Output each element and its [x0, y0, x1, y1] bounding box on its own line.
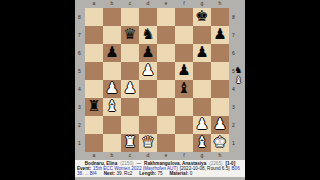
square-c3 [121, 98, 139, 116]
file-label-c: c [121, 152, 139, 159]
rank-label-4: 4 [78, 80, 81, 98]
square-g8: ♚ [193, 8, 211, 26]
rank-label-2: 2 [232, 116, 235, 134]
square-e4 [157, 80, 175, 98]
next-move-group: Next: 39. Rc2 [104, 171, 133, 176]
square-b2 [103, 116, 121, 134]
file-label-g: g [193, 152, 211, 159]
file-labels-top: abcdefgh [85, 0, 229, 7]
piece-white-king: ♚ [211, 134, 229, 152]
square-e6 [157, 44, 175, 62]
black-knight-icon: ♞ [234, 65, 242, 75]
square-d3 [139, 98, 157, 116]
piece-white-bishop: ♝ [103, 98, 121, 116]
last-move: 38. ... Bf4 [77, 171, 97, 176]
rank-label-1: 1 [232, 134, 235, 152]
rank-label-3: 3 [232, 98, 235, 116]
game-info-panel: Bodnaru, Elina (2150) — Rakhmangulova, A… [75, 160, 245, 177]
material-group: Material: 0 [170, 171, 193, 176]
square-b1 [103, 134, 121, 152]
square-c7: ♛ [121, 26, 139, 44]
file-label-a: a [85, 152, 103, 159]
piece-white-rook: ♜ [121, 134, 139, 152]
rank-label-3: 3 [78, 98, 81, 116]
square-a2 [85, 116, 103, 134]
square-e8 [157, 8, 175, 26]
square-a7 [85, 26, 103, 44]
rank-label-8: 8 [232, 8, 235, 26]
piece-black-pawn: ♟ [211, 26, 229, 44]
square-b3: ♝ [103, 98, 121, 116]
piece-white-pawn: ♟ [193, 116, 211, 134]
square-h8 [211, 8, 229, 26]
square-h1: ♚ [211, 134, 229, 152]
file-label-f: f [175, 152, 193, 159]
square-d2 [139, 116, 157, 134]
piece-white-pawn: ♟ [121, 80, 139, 98]
square-d4 [139, 80, 157, 98]
square-b4: ♟ [103, 80, 121, 98]
square-d7: ♞ [139, 26, 157, 44]
square-h4 [211, 80, 229, 98]
rank-label-6: 6 [78, 44, 81, 62]
chess-board: ♚♛♞♟♟♟♟♟♟♟♟♝♜♝♟♟♜♛♝♚ [85, 8, 229, 152]
square-a4 [85, 80, 103, 98]
rank-labels-left: 87654321 [78, 8, 81, 152]
rank-label-2: 2 [78, 116, 81, 134]
file-label-d: d [139, 0, 157, 7]
rank-label-1: 1 [78, 134, 81, 152]
video-frame: abcdefgh 87654321 ♚♛♞♟♟♟♟♟♟♟♟♝♜♝♟♟♜♛♝♚ 8… [0, 0, 320, 180]
piece-black-pawn: ♟ [139, 44, 157, 62]
square-b7 [103, 26, 121, 44]
square-g7 [193, 26, 211, 44]
moves-line: 38. ... Bf4 Next: 39. Rc2 Length: 75 Mat… [75, 171, 245, 176]
file-label-f: f [175, 0, 193, 7]
square-f8 [175, 8, 193, 26]
piece-black-knight: ♞ [139, 26, 157, 44]
square-e7 [157, 26, 175, 44]
piece-white-bishop: ♝ [193, 134, 211, 152]
square-f1 [175, 134, 193, 152]
piece-black-bishop: ♝ [175, 80, 193, 98]
eco-code: B06 [232, 166, 240, 171]
length-label: Length: [139, 171, 156, 176]
next-label: Next: [104, 171, 116, 176]
material-balance-tray: ♞♝ [232, 65, 245, 85]
square-c5 [121, 62, 139, 80]
square-f7 [175, 26, 193, 44]
rank-label-6: 6 [232, 44, 235, 62]
file-label-a: a [85, 0, 103, 7]
piece-black-rook: ♜ [85, 98, 103, 116]
length-group: Length: 75 [139, 171, 162, 176]
square-c4: ♟ [121, 80, 139, 98]
rank-label-7: 7 [232, 26, 235, 44]
square-c2 [121, 116, 139, 134]
file-label-b: b [103, 152, 121, 159]
square-d1: ♛ [139, 134, 157, 152]
square-h7: ♟ [211, 26, 229, 44]
rank-label-5: 5 [78, 62, 81, 80]
white-bishop-icon: ♝ [234, 75, 242, 85]
square-c6 [121, 44, 139, 62]
square-g3 [193, 98, 211, 116]
square-a6 [85, 44, 103, 62]
file-labels-bottom: abcdefgh [85, 152, 229, 159]
piece-black-pawn: ♟ [193, 44, 211, 62]
square-f5: ♟ [175, 62, 193, 80]
square-h6 [211, 44, 229, 62]
square-e1 [157, 134, 175, 152]
square-h5 [211, 62, 229, 80]
rank-label-7: 7 [78, 26, 81, 44]
square-e3 [157, 98, 175, 116]
square-e5 [157, 62, 175, 80]
square-f2 [175, 116, 193, 134]
square-b6: ♟ [103, 44, 121, 62]
square-h3 [211, 98, 229, 116]
piece-white-pawn: ♟ [139, 62, 157, 80]
square-d5: ♟ [139, 62, 157, 80]
piece-white-queen: ♛ [139, 134, 157, 152]
square-a1 [85, 134, 103, 152]
file-label-h: h [211, 152, 229, 159]
material-label: Material: [170, 171, 189, 176]
piece-white-pawn: ♟ [211, 116, 229, 134]
chess-gui-panel: abcdefgh 87654321 ♚♛♞♟♟♟♟♟♟♟♟♝♜♝♟♟♜♛♝♚ 8… [75, 0, 245, 180]
square-g5 [193, 62, 211, 80]
square-d8 [139, 8, 157, 26]
bottom-strip [75, 177, 245, 180]
file-label-g: g [193, 0, 211, 7]
square-a3: ♜ [85, 98, 103, 116]
piece-black-queen: ♛ [121, 26, 139, 44]
square-h2: ♟ [211, 116, 229, 134]
next-move: 39. Rc2 [116, 171, 132, 176]
file-label-e: e [157, 0, 175, 7]
square-e2 [157, 116, 175, 134]
square-g1: ♝ [193, 134, 211, 152]
file-label-c: c [121, 0, 139, 7]
square-f3 [175, 98, 193, 116]
square-c1: ♜ [121, 134, 139, 152]
square-g2: ♟ [193, 116, 211, 134]
square-g6: ♟ [193, 44, 211, 62]
material-value: 0 [190, 171, 193, 176]
file-label-e: e [157, 152, 175, 159]
square-a8 [85, 8, 103, 26]
rank-label-8: 8 [78, 8, 81, 26]
file-label-d: d [139, 152, 157, 159]
square-d6: ♟ [139, 44, 157, 62]
length-value: 75 [157, 171, 162, 176]
piece-black-pawn: ♟ [103, 44, 121, 62]
square-b5 [103, 62, 121, 80]
file-label-b: b [103, 0, 121, 7]
piece-black-pawn: ♟ [175, 62, 193, 80]
piece-white-pawn: ♟ [103, 80, 121, 98]
square-c8 [121, 8, 139, 26]
square-b8 [103, 8, 121, 26]
square-a5 [85, 62, 103, 80]
file-label-h: h [211, 0, 229, 7]
square-f6 [175, 44, 193, 62]
square-g4 [193, 80, 211, 98]
square-f4: ♝ [175, 80, 193, 98]
piece-black-king: ♚ [193, 8, 211, 26]
